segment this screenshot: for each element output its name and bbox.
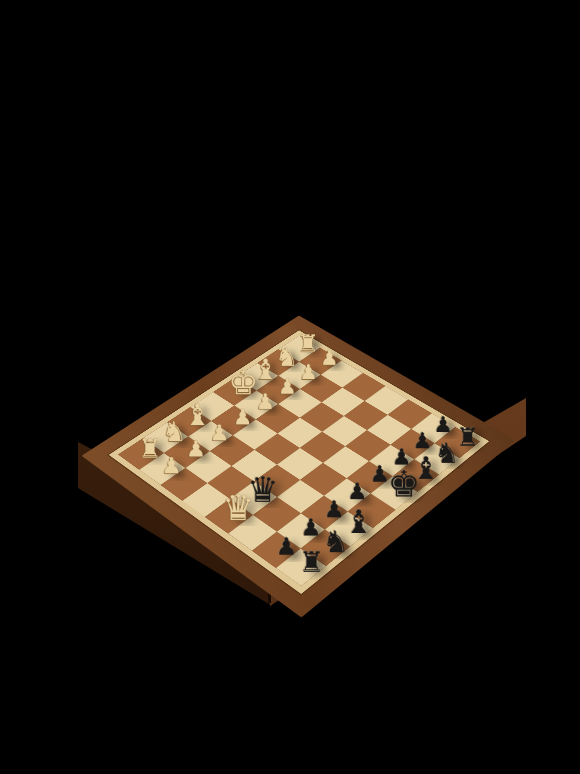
white-queen[interactable]: ♛	[222, 490, 254, 526]
black-knight[interactable]: ♞	[322, 527, 349, 557]
square-a1[interactable]: ♜	[118, 438, 164, 469]
black-pawn[interactable]: ♟	[347, 480, 368, 503]
white-knight[interactable]: ♞	[162, 418, 187, 446]
black-pawn[interactable]: ♟	[276, 535, 297, 559]
chess-board: ♜♞♝♚♝♞♜♟♟♟♟♟♟♟♟♛♛♟♟♟♟♟♟♟♟♜♞♝♚♝♞♜	[109, 330, 489, 594]
white-pawn[interactable]: ♟	[256, 391, 275, 412]
black-pawn[interactable]: ♟	[301, 516, 322, 540]
black-king[interactable]: ♚	[388, 465, 421, 502]
black-pawn[interactable]: ♟	[434, 414, 453, 436]
white-rook[interactable]: ♜	[138, 436, 161, 462]
white-pawn[interactable]: ♟	[278, 376, 297, 397]
black-rook[interactable]: ♜	[456, 425, 479, 451]
white-pawn[interactable]: ♟	[186, 438, 206, 460]
scene: ♜♞♝♚♝♞♜♟♟♟♟♟♟♟♟♛♛♟♟♟♟♟♟♟♟♜♞♝♚♝♞♜	[0, 0, 580, 774]
white-pawn[interactable]: ♟	[161, 455, 181, 477]
white-pawn[interactable]: ♟	[320, 348, 338, 368]
white-pawn[interactable]: ♟	[233, 406, 252, 428]
black-rook[interactable]: ♜	[299, 549, 324, 577]
white-king[interactable]: ♚	[228, 366, 258, 400]
white-knight[interactable]: ♞	[275, 344, 298, 370]
white-bishop[interactable]: ♝	[184, 400, 210, 429]
black-pawn[interactable]: ♟	[324, 498, 345, 521]
chess-box-top: ♜♞♝♚♝♞♜♟♟♟♟♟♟♟♟♛♛♟♟♟♟♟♟♟♟♜♞♝♚♝♞♜	[82, 315, 516, 617]
white-pawn[interactable]: ♟	[299, 362, 318, 383]
white-pawn[interactable]: ♟	[210, 422, 230, 444]
white-rook[interactable]: ♜	[297, 332, 318, 356]
black-pawn[interactable]: ♟	[413, 430, 433, 452]
square-h4[interactable]	[342, 373, 385, 401]
board-frame: ♜♞♝♚♝♞♜♟♟♟♟♟♟♟♟♛♛♟♟♟♟♟♟♟♟♜♞♝♚♝♞♜	[82, 315, 516, 617]
